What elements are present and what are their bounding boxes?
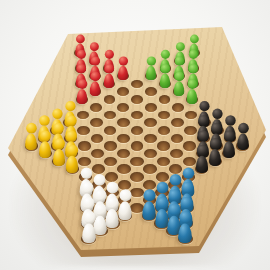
- peg-white[interactable]: [81, 211, 97, 243]
- peg-black[interactable]: [236, 123, 250, 150]
- board-hole[interactable]: [157, 141, 170, 150]
- board-hole[interactable]: [144, 134, 157, 143]
- board-hole[interactable]: [171, 118, 183, 127]
- board-hole[interactable]: [92, 164, 105, 174]
- board-hole[interactable]: [170, 149, 183, 158]
- board-hole[interactable]: [77, 126, 89, 135]
- peg-black[interactable]: [222, 130, 236, 158]
- product-photo-scene: [0, 0, 270, 270]
- board-hole[interactable]: [90, 118, 102, 127]
- board-hole[interactable]: [131, 141, 144, 150]
- board-hole[interactable]: [131, 80, 143, 88]
- board-hole[interactable]: [117, 134, 130, 143]
- board-hole[interactable]: [157, 157, 170, 166]
- board-hole[interactable]: [91, 134, 104, 143]
- peg-red[interactable]: [89, 71, 101, 95]
- board-hole[interactable]: [117, 118, 129, 127]
- board-hole[interactable]: [183, 157, 196, 166]
- board-hole[interactable]: [130, 157, 143, 166]
- board-hole[interactable]: [117, 149, 130, 158]
- board-hole[interactable]: [158, 126, 170, 135]
- board-hole[interactable]: [90, 103, 102, 112]
- board-hole[interactable]: [104, 111, 116, 120]
- board-hole[interactable]: [131, 111, 143, 120]
- board-hole[interactable]: [78, 141, 91, 150]
- board-hole[interactable]: [184, 126, 196, 135]
- board-hole[interactable]: [105, 172, 118, 182]
- board-hole[interactable]: [131, 95, 143, 104]
- board-hole[interactable]: [171, 134, 184, 143]
- peg-red[interactable]: [117, 57, 129, 81]
- board-hole[interactable]: [78, 157, 91, 166]
- peg-green[interactable]: [186, 79, 198, 104]
- board-hole[interactable]: [144, 149, 157, 158]
- peg-yellow[interactable]: [65, 145, 79, 173]
- board-hole[interactable]: [117, 164, 130, 174]
- board-hole[interactable]: [159, 95, 171, 104]
- board-hole[interactable]: [145, 103, 157, 112]
- peg-green[interactable]: [145, 57, 157, 81]
- board-hole[interactable]: [91, 149, 104, 158]
- peg-black[interactable]: [208, 138, 222, 166]
- board-hole[interactable]: [144, 118, 156, 127]
- peg-red[interactable]: [76, 79, 88, 104]
- board-hole[interactable]: [131, 126, 143, 135]
- board-hole[interactable]: [104, 157, 117, 166]
- board-hole[interactable]: [104, 126, 116, 135]
- board-hole[interactable]: [104, 95, 116, 104]
- peg-blue[interactable]: [177, 211, 193, 243]
- board-hole[interactable]: [104, 141, 117, 150]
- board-hole[interactable]: [117, 103, 129, 112]
- peg-yellow[interactable]: [25, 123, 39, 150]
- peg-yellow[interactable]: [52, 138, 66, 166]
- peg-red[interactable]: [103, 64, 115, 88]
- peg-green[interactable]: [159, 64, 171, 88]
- board-hole[interactable]: [130, 172, 143, 182]
- board-hole[interactable]: [145, 87, 157, 96]
- board-hole[interactable]: [117, 87, 129, 96]
- board-hole[interactable]: [143, 164, 156, 174]
- peg-green[interactable]: [172, 71, 184, 95]
- peg-black[interactable]: [195, 145, 209, 173]
- board-hole[interactable]: [77, 111, 89, 120]
- peg-yellow[interactable]: [38, 130, 52, 158]
- board-hole[interactable]: [158, 111, 170, 120]
- board-hole[interactable]: [172, 103, 184, 112]
